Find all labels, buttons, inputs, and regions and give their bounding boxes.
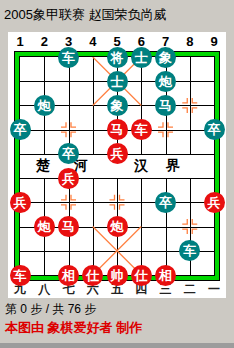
piece-black-horse[interactable]: 马 [155, 95, 176, 116]
piece-black-chariot[interactable]: 车 [179, 240, 200, 261]
piece-red-chariot[interactable]: 车 [131, 119, 152, 140]
board-panel: 楚河 汉界 车将士象士炮炮象马卒马车卒卒兵兵兵卒兵炮马炮车车相仕帅仕相 1234… [8, 32, 226, 298]
piece-black-cannon[interactable]: 炮 [34, 95, 55, 116]
file-label-bottom: 一 [206, 282, 222, 296]
piece-red-advisor[interactable]: 仕 [82, 265, 103, 286]
river-label-right: 汉界 [134, 153, 180, 178]
piece-black-soldier[interactable]: 卒 [204, 119, 225, 140]
page-title: 2005象甲联赛 赵国荣负尚威 [4, 6, 232, 24]
move-status: 第 0 步 / 共 76 步 [5, 301, 96, 318]
piece-red-soldier[interactable]: 兵 [107, 143, 128, 164]
file-label-top: 4 [85, 35, 101, 49]
piece-black-cannon[interactable]: 炮 [155, 71, 176, 92]
piece-black-soldier[interactable]: 卒 [155, 192, 176, 213]
piece-red-soldier[interactable]: 兵 [58, 168, 79, 189]
piece-black-general[interactable]: 将 [107, 47, 128, 68]
grid-line [93, 57, 94, 154]
piece-red-elephant[interactable]: 相 [155, 265, 176, 286]
piece-red-soldier[interactable]: 兵 [204, 192, 225, 213]
grid-line [141, 178, 142, 275]
bottom-strip [0, 343, 234, 348]
piece-red-elephant[interactable]: 相 [58, 265, 79, 286]
credit-text: 本图由 象棋爱好者 制作 [5, 319, 142, 337]
piece-black-advisor[interactable]: 士 [131, 47, 152, 68]
piece-red-horse[interactable]: 马 [58, 216, 79, 237]
file-label-top: 8 [182, 35, 198, 49]
piece-red-horse[interactable]: 马 [107, 119, 128, 140]
piece-red-advisor[interactable]: 仕 [131, 265, 152, 286]
piece-black-soldier[interactable]: 卒 [10, 119, 31, 140]
piece-red-cannon[interactable]: 炮 [34, 216, 55, 237]
piece-red-soldier[interactable]: 兵 [10, 192, 31, 213]
piece-black-chariot[interactable]: 车 [58, 47, 79, 68]
board-grid[interactable]: 楚河 汉界 车将士象士炮炮象马卒马车卒卒兵兵兵卒兵炮马炮车车相仕帅仕相 [19, 56, 215, 276]
piece-red-cannon[interactable]: 炮 [107, 216, 128, 237]
file-label-top: 2 [36, 35, 52, 49]
piece-red-general[interactable]: 帅 [107, 265, 128, 286]
piece-black-elephant[interactable]: 象 [155, 47, 176, 68]
file-label-top: 9 [206, 35, 222, 49]
grid-line [93, 178, 94, 275]
file-label-top: 1 [12, 35, 28, 49]
piece-black-advisor[interactable]: 士 [107, 71, 128, 92]
grid-line [190, 57, 191, 154]
piece-black-elephant[interactable]: 象 [107, 95, 128, 116]
piece-red-chariot[interactable]: 车 [10, 265, 31, 286]
grid-line [69, 57, 70, 154]
file-label-bottom: 八 [36, 282, 52, 296]
file-label-bottom: 二 [182, 282, 198, 296]
